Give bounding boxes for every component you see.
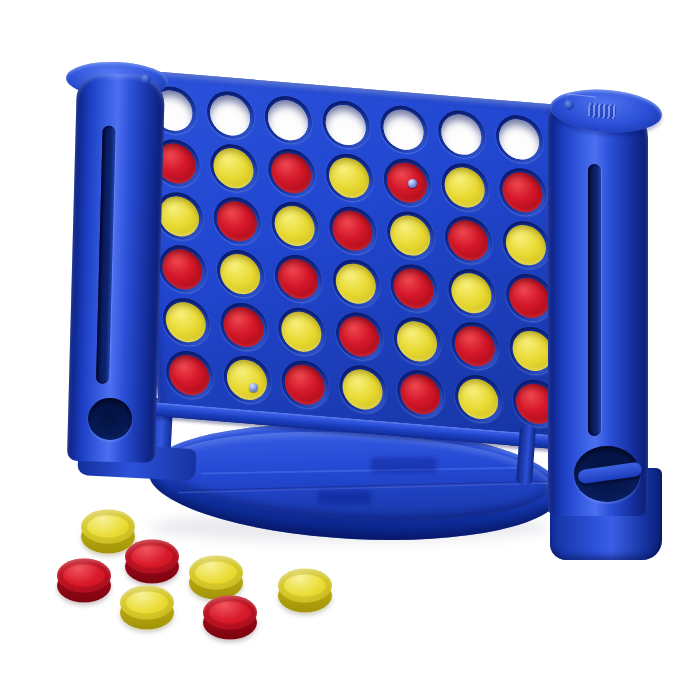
hinge-pin bbox=[564, 100, 574, 110]
board-cell bbox=[446, 267, 496, 318]
loose-disc-red bbox=[203, 596, 257, 641]
board-cell bbox=[385, 210, 435, 261]
red-disc bbox=[399, 372, 441, 415]
board-cell bbox=[331, 258, 381, 309]
connect-four-board bbox=[137, 70, 592, 452]
board-cell bbox=[392, 315, 442, 366]
board-cell bbox=[263, 94, 313, 145]
red-disc bbox=[386, 161, 428, 204]
board-cell bbox=[270, 200, 320, 251]
board-cell bbox=[324, 152, 374, 203]
empty-hole bbox=[382, 108, 424, 151]
board-cell bbox=[395, 368, 445, 419]
loose-disc-red bbox=[125, 540, 179, 585]
board-cell bbox=[273, 253, 323, 304]
yellow-disc bbox=[273, 204, 315, 247]
embossed-logo bbox=[371, 458, 437, 473]
board-cell bbox=[443, 214, 493, 265]
red-disc bbox=[338, 314, 380, 357]
screw bbox=[408, 179, 417, 188]
yellow-disc bbox=[328, 156, 370, 199]
red-disc bbox=[277, 257, 319, 300]
red-disc bbox=[284, 363, 326, 406]
red-disc bbox=[331, 209, 373, 252]
yellow-disc bbox=[165, 300, 207, 343]
tray-ridge-line bbox=[201, 467, 531, 475]
loose-disc-red bbox=[57, 559, 111, 604]
board-cell bbox=[212, 195, 262, 246]
yellow-disc bbox=[335, 262, 377, 305]
loose-disc-yellow bbox=[120, 586, 174, 631]
red-disc bbox=[392, 266, 434, 309]
board-cell bbox=[436, 109, 486, 160]
loose-disc-yellow bbox=[278, 569, 332, 614]
hinge-pin bbox=[141, 74, 151, 84]
left-storage-slot bbox=[96, 126, 116, 384]
red-disc bbox=[447, 218, 489, 261]
board-cell bbox=[205, 90, 255, 141]
board-cell bbox=[379, 104, 429, 155]
board-cell bbox=[338, 364, 388, 415]
empty-hole bbox=[498, 117, 540, 160]
board-cell bbox=[382, 157, 432, 208]
yellow-disc bbox=[226, 358, 268, 401]
board-cell bbox=[440, 162, 490, 213]
loose-disc-yellow bbox=[81, 510, 135, 555]
yellow-disc bbox=[219, 252, 261, 295]
board-cell bbox=[209, 142, 259, 193]
embossed-logo bbox=[317, 490, 371, 504]
red-disc bbox=[161, 247, 203, 290]
red-disc bbox=[454, 324, 496, 367]
board-cell bbox=[276, 306, 326, 357]
board-cell bbox=[327, 205, 377, 256]
empty-hole bbox=[440, 112, 482, 155]
red-disc bbox=[216, 199, 258, 242]
screw bbox=[249, 383, 258, 392]
left-pillar-hole bbox=[88, 397, 133, 440]
red-disc bbox=[168, 353, 210, 396]
red-disc bbox=[501, 170, 543, 213]
board-cell bbox=[222, 354, 272, 405]
yellow-disc bbox=[457, 377, 499, 420]
board-cell bbox=[504, 272, 554, 323]
yellow-disc bbox=[158, 194, 200, 237]
red-disc bbox=[508, 276, 550, 319]
yellow-disc bbox=[280, 310, 322, 353]
empty-hole bbox=[267, 98, 309, 141]
yellow-disc bbox=[443, 165, 485, 208]
board-cell bbox=[219, 301, 269, 352]
grip-ridges bbox=[587, 103, 616, 119]
yellow-disc bbox=[212, 146, 254, 189]
board-cell bbox=[334, 311, 384, 362]
board-cell bbox=[280, 359, 330, 410]
board-cell bbox=[501, 219, 551, 270]
empty-hole bbox=[209, 93, 251, 136]
red-disc bbox=[222, 305, 264, 348]
yellow-disc bbox=[396, 319, 438, 362]
board-cell bbox=[164, 349, 214, 400]
board-cell bbox=[215, 248, 265, 299]
yellow-disc bbox=[505, 223, 547, 266]
product-photo-scene bbox=[0, 0, 700, 700]
red-disc bbox=[270, 151, 312, 194]
yellow-disc bbox=[341, 367, 383, 410]
board-cell bbox=[157, 243, 207, 294]
board-cell bbox=[494, 113, 544, 164]
empty-hole bbox=[324, 103, 366, 146]
yellow-disc bbox=[450, 271, 492, 314]
board-cell bbox=[389, 263, 439, 314]
board-cell bbox=[450, 320, 500, 371]
board-cell bbox=[161, 296, 211, 347]
board-grid bbox=[137, 70, 590, 435]
left-pillar bbox=[67, 73, 165, 463]
right-storage-slot bbox=[588, 164, 601, 436]
board-cell bbox=[321, 99, 371, 150]
board-cell bbox=[498, 166, 548, 217]
yellow-disc bbox=[389, 213, 431, 256]
loose-disc-yellow bbox=[189, 556, 243, 601]
board-cell bbox=[453, 373, 503, 424]
board-cell bbox=[266, 147, 316, 198]
